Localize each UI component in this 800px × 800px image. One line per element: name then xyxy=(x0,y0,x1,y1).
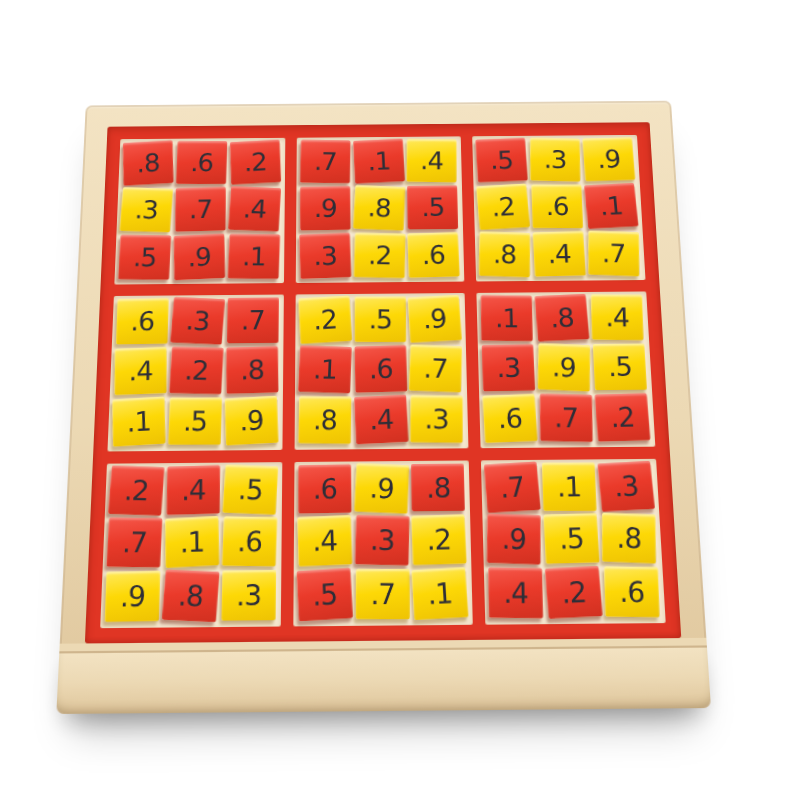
block-2-1: .6.3.7.4.2.8.1.5.9 xyxy=(107,295,283,451)
tile-number: .7 xyxy=(241,307,265,333)
tile-number: .5 xyxy=(237,475,263,504)
tile-number: .8 xyxy=(312,406,336,433)
cell-r9c7: .4 xyxy=(489,570,543,619)
cell-r6c5: .4 xyxy=(356,398,408,444)
tile-r5c8-yellow-9[interactable]: .9 xyxy=(538,343,590,391)
tile-r8c1-red-7[interactable]: .7 xyxy=(106,518,162,567)
tile-r6c5-red-4[interactable]: .4 xyxy=(354,395,408,444)
tile-r3c1-red-5[interactable]: .5 xyxy=(118,235,171,279)
tile-number: .2 xyxy=(426,525,452,554)
cell-r3c2: .9 xyxy=(174,236,225,280)
cell-r2c2: .7 xyxy=(176,189,226,232)
block-2-2: .2.5.9.1.6.7.8.4.3 xyxy=(294,293,469,449)
cell-r4c5: .5 xyxy=(355,299,406,344)
tile-number: .4 xyxy=(129,357,153,384)
cell-r1c5: .1 xyxy=(355,141,404,183)
tile-r6c9-red-2[interactable]: .2 xyxy=(595,393,651,441)
tile-r2c8-yellow-6[interactable]: .6 xyxy=(532,184,584,227)
tile-number: .7 xyxy=(121,528,147,556)
tile-number: .7 xyxy=(499,472,526,501)
tile-number: .8 xyxy=(493,241,516,267)
cell-r2c4: .9 xyxy=(301,188,350,231)
tile-r1c2-red-6[interactable]: .6 xyxy=(176,141,227,184)
tile-r6c2-yellow-5[interactable]: .5 xyxy=(168,397,222,444)
tile-r5c6-yellow-7[interactable]: .7 xyxy=(409,344,462,392)
cell-r2c7: .2 xyxy=(479,186,530,229)
tile-number: .1 xyxy=(180,527,205,556)
cell-r7c8: .1 xyxy=(543,464,597,511)
tile-r6c8-red-7[interactable]: .7 xyxy=(540,394,593,442)
tile-number: .5 xyxy=(368,306,392,332)
cell-r9c2: .8 xyxy=(164,573,218,622)
tile-number: .6 xyxy=(545,193,569,218)
tile-number: .8 xyxy=(426,473,451,501)
tile-r4c1-yellow-6[interactable]: .6 xyxy=(116,298,168,344)
tile-r2c5-yellow-8[interactable]: .8 xyxy=(353,185,405,230)
tile-number: .9 xyxy=(422,305,447,332)
cell-r3c4: .3 xyxy=(300,235,350,279)
block-1-2: .7.1.4.9.8.5.3.2.6 xyxy=(295,136,464,283)
tile-r3c5-yellow-2[interactable]: .2 xyxy=(353,232,405,277)
tile-r9c5-yellow-7[interactable]: .7 xyxy=(355,569,409,619)
cell-r6c6: .3 xyxy=(412,397,464,443)
tile-number: .1 xyxy=(127,407,151,436)
tile-r5c5-red-6[interactable]: .6 xyxy=(354,345,407,392)
cell-r1c9: .9 xyxy=(584,139,635,181)
cell-r3c1: .5 xyxy=(119,236,170,280)
tile-r9c3-yellow-3[interactable]: .3 xyxy=(221,570,276,620)
tile-r7c8-yellow-1[interactable]: .1 xyxy=(542,462,596,510)
tile-r5c4-red-1[interactable]: .1 xyxy=(298,346,352,394)
cell-r8c1: .7 xyxy=(108,520,162,568)
tile-number: .2 xyxy=(184,357,209,384)
tile-number: .6 xyxy=(619,577,645,606)
cell-r3c7: .8 xyxy=(480,233,531,277)
tile-number: .9 xyxy=(239,406,264,434)
cell-r9c9: .6 xyxy=(605,569,660,618)
tile-number: .1 xyxy=(599,192,624,218)
tile-number: .1 xyxy=(557,472,582,500)
tile-number: .6 xyxy=(237,527,263,556)
cell-r5c4: .1 xyxy=(300,348,351,393)
tile-r2c6-red-5[interactable]: .5 xyxy=(408,185,459,229)
tile-number: .3 xyxy=(369,526,394,555)
tile-r7c5-yellow-9[interactable]: .9 xyxy=(354,463,409,513)
cell-r4c4: .2 xyxy=(300,299,350,344)
tile-number: .3 xyxy=(425,405,449,432)
tile-number: .4 xyxy=(368,405,393,433)
tile-r1c9-yellow-9[interactable]: .9 xyxy=(582,137,635,181)
tile-number: .9 xyxy=(187,243,211,269)
tile-r3c4-red-3[interactable]: .3 xyxy=(299,232,351,278)
tile-r1c5-red-1[interactable]: .1 xyxy=(353,139,405,184)
cell-r5c7: .3 xyxy=(483,347,535,392)
cell-r1c6: .4 xyxy=(408,141,458,183)
tile-number: .6 xyxy=(312,474,336,502)
cell-r2c8: .6 xyxy=(532,186,583,229)
tile-r6c7-yellow-6[interactable]: .6 xyxy=(483,394,538,443)
cell-r2c5: .8 xyxy=(355,187,405,230)
tile-number: .4 xyxy=(421,148,444,173)
tile-r4c7-red-1[interactable]: .1 xyxy=(481,296,533,341)
tile-r4c9-yellow-4[interactable]: .4 xyxy=(591,295,644,341)
tile-r8c7-red-9[interactable]: .9 xyxy=(487,514,541,565)
tile-r3c6-yellow-6[interactable]: .6 xyxy=(408,232,460,278)
tile-r4c2-red-3[interactable]: .3 xyxy=(170,297,225,344)
tile-r9c2-red-8[interactable]: .8 xyxy=(162,570,220,622)
tile-number: .4 xyxy=(312,526,337,555)
cell-r4c3: .7 xyxy=(228,300,279,345)
tile-r2c4-red-9[interactable]: .9 xyxy=(300,186,350,230)
tile-number: .7 xyxy=(602,240,625,266)
tile-number: .9 xyxy=(313,195,336,220)
tile-r9c9-yellow-6[interactable]: .6 xyxy=(604,567,659,618)
tile-r9c4-red-5[interactable]: .5 xyxy=(296,568,352,621)
tile-number: .6 xyxy=(497,404,523,432)
tile-r3c9-yellow-7[interactable]: .7 xyxy=(588,230,639,276)
tile-number: .3 xyxy=(613,471,640,500)
cell-r8c2: .1 xyxy=(166,520,220,568)
tile-number: .1 xyxy=(242,243,266,269)
tile-number: .9 xyxy=(552,353,576,381)
tile-r1c1-red-8[interactable]: .8 xyxy=(123,140,174,185)
cell-r5c9: .5 xyxy=(594,346,647,391)
tile-number: .4 xyxy=(547,240,572,266)
tile-number: .9 xyxy=(369,473,394,502)
cell-r8c9: .8 xyxy=(602,516,657,564)
tile-number: .9 xyxy=(502,525,527,554)
cell-r1c3: .2 xyxy=(231,142,280,184)
cell-r9c4: .5 xyxy=(298,572,351,621)
tile-number: .7 xyxy=(554,404,578,432)
tile-r3c3-red-1[interactable]: .1 xyxy=(227,234,279,279)
tile-number: .2 xyxy=(312,306,337,333)
block-1-3: .5.3.9.2.6.1.8.4.7 xyxy=(472,135,645,282)
cell-r9c5: .7 xyxy=(356,571,409,620)
tile-r6c3-yellow-9[interactable]: .9 xyxy=(225,396,279,446)
tile-number: .2 xyxy=(610,403,636,431)
tile-number: .3 xyxy=(236,581,261,610)
tile-r2c9-red-1[interactable]: .1 xyxy=(584,183,638,229)
tile-number: .3 xyxy=(313,242,337,268)
tile-r7c3-yellow-5[interactable]: .5 xyxy=(222,464,278,514)
tile-number: .1 xyxy=(427,579,453,609)
tile-number: .8 xyxy=(177,581,204,611)
tile-r5c3-red-8[interactable]: .8 xyxy=(226,346,278,394)
cell-r8c8: .5 xyxy=(545,516,599,564)
tile-number: .7 xyxy=(370,580,395,609)
block-3-2: .6.9.8.4.3.2.5.7.1 xyxy=(293,460,473,626)
cell-r6c4: .8 xyxy=(299,398,350,444)
block-3-1: .2.4.5.7.1.6.9.8.3 xyxy=(100,462,282,628)
tile-number: .2 xyxy=(491,193,516,219)
cell-r9c1: .9 xyxy=(106,573,161,622)
cell-r3c5: .2 xyxy=(355,235,405,279)
tile-number: .5 xyxy=(490,147,514,172)
cell-r3c8: .4 xyxy=(534,233,585,277)
tile-r9c1-yellow-9[interactable]: .9 xyxy=(105,571,160,622)
tile-number: .5 xyxy=(421,194,444,219)
cell-r5c2: .2 xyxy=(171,349,223,394)
tile-number: .4 xyxy=(605,304,629,330)
block-3-3: .7.1.3.9.5.8.4.2.6 xyxy=(481,458,666,624)
tile-r2c2-red-7[interactable]: .7 xyxy=(175,187,226,231)
tile-number: .8 xyxy=(367,194,391,220)
cell-r7c9: .3 xyxy=(600,464,654,511)
cell-r4c6: .9 xyxy=(410,298,461,343)
tile-number: .5 xyxy=(311,579,337,609)
cell-r4c7: .1 xyxy=(482,298,534,343)
cell-r5c6: .7 xyxy=(411,347,463,392)
cell-r6c8: .7 xyxy=(540,396,593,442)
tile-r3c8-yellow-4[interactable]: .4 xyxy=(533,231,586,276)
tile-r8c5-red-3[interactable]: .3 xyxy=(354,515,408,565)
cell-r2c3: .4 xyxy=(230,189,280,232)
tile-r3c2-red-9[interactable]: .9 xyxy=(174,233,225,279)
cell-r7c5: .9 xyxy=(356,466,408,513)
cell-r2c6: .5 xyxy=(409,187,459,230)
cell-r5c3: .8 xyxy=(227,349,278,394)
tile-r2c1-yellow-3[interactable]: .3 xyxy=(120,187,173,232)
tile-number: .1 xyxy=(367,148,391,174)
tile-number: .2 xyxy=(367,242,391,268)
tile-number: .2 xyxy=(243,149,267,175)
tile-number: .9 xyxy=(596,146,621,171)
tile-number: .8 xyxy=(617,524,642,553)
tile-r2c3-red-4[interactable]: .4 xyxy=(228,186,281,231)
cell-r5c5: .6 xyxy=(355,348,406,393)
tile-r9c6-yellow-1[interactable]: .1 xyxy=(412,567,469,620)
tile-r1c7-red-5[interactable]: .5 xyxy=(476,138,528,182)
cell-r4c2: .3 xyxy=(172,300,223,345)
cell-r1c8: .3 xyxy=(531,140,582,182)
tile-number: .5 xyxy=(132,244,157,270)
tile-r8c8-yellow-5[interactable]: .5 xyxy=(544,514,600,564)
tile-r5c2-red-2[interactable]: .2 xyxy=(169,347,223,394)
tile-r4c8-red-8[interactable]: .8 xyxy=(535,294,590,341)
cell-r4c1: .6 xyxy=(117,301,169,346)
tile-number: .3 xyxy=(134,197,159,223)
tile-r4c6-yellow-9[interactable]: .9 xyxy=(408,295,462,343)
cell-r6c7: .6 xyxy=(485,396,538,442)
tile-r7c7-red-7[interactable]: .7 xyxy=(484,461,541,512)
tile-number: .8 xyxy=(549,304,575,331)
tile-r8c3-yellow-6[interactable]: .6 xyxy=(222,517,277,567)
tile-r3c7-yellow-8[interactable]: .8 xyxy=(479,231,530,277)
tile-number: .8 xyxy=(240,356,264,383)
tile-number: .4 xyxy=(181,475,205,503)
tile-r8c9-yellow-8[interactable]: .8 xyxy=(602,513,656,564)
cell-r6c1: .1 xyxy=(113,400,166,446)
tile-number: .6 xyxy=(368,355,392,382)
tile-r9c7-red-4[interactable]: .4 xyxy=(489,568,544,618)
tile-r8c6-yellow-2[interactable]: .2 xyxy=(412,515,467,566)
cell-r8c3: .6 xyxy=(223,519,276,567)
cell-r3c6: .6 xyxy=(409,234,459,278)
tile-number: .2 xyxy=(123,476,149,504)
tile-r1c8-yellow-3[interactable]: .3 xyxy=(530,138,580,182)
tile-number: .7 xyxy=(424,355,448,382)
tile-r4c5-yellow-5[interactable]: .5 xyxy=(354,297,405,342)
cell-r9c6: .1 xyxy=(414,571,468,620)
cell-r4c8: .8 xyxy=(537,297,589,342)
tile-number: .6 xyxy=(190,150,214,175)
tile-r7c1-red-2[interactable]: .2 xyxy=(108,465,164,515)
tile-number: .7 xyxy=(189,196,212,222)
tile-r4c4-yellow-2[interactable]: .2 xyxy=(298,296,352,344)
tile-r8c2-yellow-1[interactable]: .1 xyxy=(165,516,219,568)
tile-number: .1 xyxy=(495,305,519,331)
tray-front-edge xyxy=(56,638,711,714)
tile-number: .3 xyxy=(185,307,211,334)
cell-r9c8: .2 xyxy=(547,569,602,618)
tile-r7c4-red-6[interactable]: .6 xyxy=(298,464,351,513)
tile-number: .4 xyxy=(242,196,267,222)
cell-r1c1: .8 xyxy=(123,143,173,185)
tile-r5c7-red-3[interactable]: .3 xyxy=(482,344,536,391)
cell-r2c1: .3 xyxy=(121,189,172,232)
tile-r6c4-yellow-8[interactable]: .8 xyxy=(298,396,351,443)
cell-r8c5: .3 xyxy=(356,518,409,566)
sudoku-grid: .8.6.2.3.7.4.5.9.1.7.1.4.9.8.5.3.2.6.5.3… xyxy=(100,135,666,628)
tile-number: .8 xyxy=(136,150,159,176)
tile-r7c9-red-3[interactable]: .3 xyxy=(598,460,655,511)
tile-number: .5 xyxy=(559,524,585,553)
tile-number: .5 xyxy=(183,407,208,434)
tile-number: .9 xyxy=(120,582,145,611)
cell-r9c3: .3 xyxy=(222,572,276,621)
cell-r7c6: .8 xyxy=(413,465,466,512)
cell-r7c2: .4 xyxy=(167,467,220,514)
tile-number: .4 xyxy=(503,578,528,607)
tile-r1c3-red-2[interactable]: .2 xyxy=(230,139,281,184)
cell-r7c7: .7 xyxy=(486,465,539,512)
cell-r8c6: .2 xyxy=(413,517,466,565)
tile-r2c7-yellow-2[interactable]: .2 xyxy=(476,183,530,229)
tile-number: .6 xyxy=(422,241,446,267)
tile-r5c1-yellow-4[interactable]: .4 xyxy=(115,347,167,395)
cell-r6c3: .9 xyxy=(226,399,278,445)
cell-r1c2: .6 xyxy=(177,143,227,185)
tile-number: .2 xyxy=(560,577,587,607)
tile-r6c1-yellow-1[interactable]: .1 xyxy=(112,396,165,446)
cell-r7c3: .5 xyxy=(224,467,277,514)
wooden-sudoku-tray: .8.6.2.3.7.4.5.9.1.7.1.4.9.8.5.3.2.6.5.3… xyxy=(56,101,711,714)
tile-number: .6 xyxy=(130,308,154,334)
tile-r4c3-red-7[interactable]: .7 xyxy=(227,298,279,344)
cell-r7c4: .6 xyxy=(299,466,351,513)
block-1-1: .8.6.2.3.7.4.5.9.1 xyxy=(114,138,285,285)
tile-r6c6-yellow-3[interactable]: .3 xyxy=(411,395,463,443)
tile-number: .3 xyxy=(496,354,521,381)
tile-number: .3 xyxy=(544,147,567,172)
cell-r7c1: .2 xyxy=(110,468,164,515)
cell-r5c1: .4 xyxy=(115,350,167,395)
sudoku-board: .8.6.2.3.7.4.5.9.1.7.1.4.9.8.5.3.2.6.5.3… xyxy=(85,122,681,643)
cell-r8c4: .4 xyxy=(299,518,352,566)
tile-r9c8-red-2[interactable]: .2 xyxy=(545,566,603,618)
cell-r5c8: .9 xyxy=(539,346,592,391)
tile-r7c6-red-8[interactable]: .8 xyxy=(411,463,465,511)
cell-r2c9: .1 xyxy=(586,186,637,229)
cell-r3c3: .1 xyxy=(229,236,279,280)
cell-r6c2: .5 xyxy=(169,399,221,445)
cell-r8c7: .9 xyxy=(488,517,542,565)
tile-r1c4-red-7[interactable]: .7 xyxy=(300,140,350,183)
cell-r3c9: .7 xyxy=(588,233,640,277)
cell-r1c4: .7 xyxy=(301,142,350,184)
block-2-3: .1.8.4.3.9.5.6.7.2 xyxy=(477,292,656,448)
tile-number: .1 xyxy=(312,356,337,383)
tile-r7c2-red-4[interactable]: .4 xyxy=(166,465,219,514)
tile-number: .7 xyxy=(313,149,336,174)
cell-r4c9: .4 xyxy=(592,297,645,342)
tile-r1c6-yellow-4[interactable]: .4 xyxy=(407,139,457,182)
cell-r6c9: .2 xyxy=(596,396,650,442)
tile-r8c4-yellow-4[interactable]: .4 xyxy=(297,516,352,567)
tile-number: .5 xyxy=(607,353,632,380)
tile-r5c9-yellow-5[interactable]: .5 xyxy=(593,344,647,390)
cell-r1c7: .5 xyxy=(477,140,527,182)
